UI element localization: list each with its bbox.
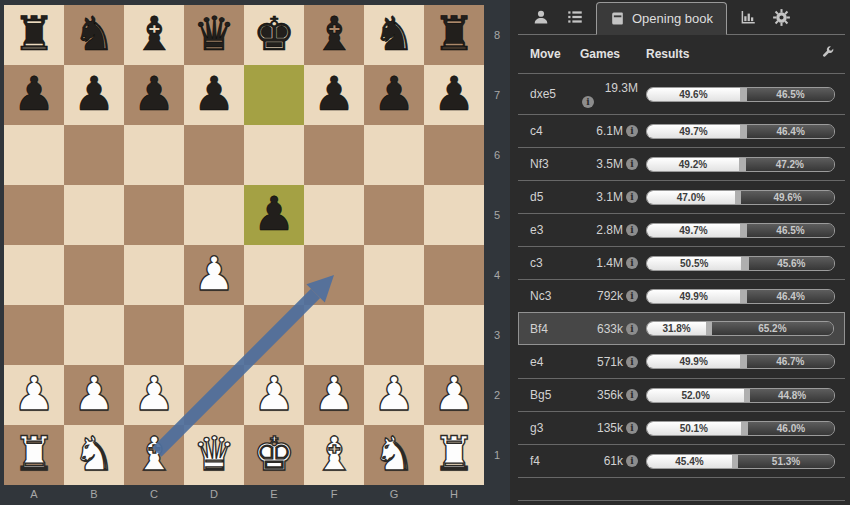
move-label: e4 xyxy=(530,355,580,369)
white-wins-segment: 50.1% xyxy=(647,422,741,435)
info-icon[interactable]: i xyxy=(582,96,594,108)
person-icon xyxy=(532,8,550,26)
square-g1[interactable]: ♞ xyxy=(364,425,424,485)
move-row-d5[interactable]: d5 3.1M i 47.0% 49.6% xyxy=(518,180,845,213)
square-d5[interactable] xyxy=(184,185,244,245)
move-row-g3[interactable]: g3 135k i 50.1% 46.0% xyxy=(518,411,845,444)
square-e7[interactable] xyxy=(244,65,304,125)
black-wins-segment: 49.6% xyxy=(741,191,834,204)
piece-black-pawn-e5[interactable]: ♟ xyxy=(244,185,304,245)
rank-label-5: 5 xyxy=(484,185,510,245)
square-c4[interactable] xyxy=(124,245,184,305)
games-cell: 3.5M i xyxy=(580,157,638,171)
white-wins-segment: 50.5% xyxy=(647,257,741,270)
square-c2[interactable]: ♟ xyxy=(124,365,184,425)
info-icon[interactable]: i xyxy=(626,191,638,203)
info-icon[interactable]: i xyxy=(626,323,638,335)
draws-segment xyxy=(741,422,748,435)
move-label: c3 xyxy=(530,256,580,270)
square-c3[interactable] xyxy=(124,305,184,365)
piece-white-pawn-f2[interactable]: ♟ xyxy=(304,365,364,425)
results-bar: 50.1% 46.0% xyxy=(646,421,835,436)
file-label-f: F xyxy=(304,485,364,505)
black-wins-segment: 46.7% xyxy=(747,355,834,368)
tab-players[interactable] xyxy=(524,2,558,32)
square-h5[interactable] xyxy=(424,185,484,245)
white-wins-segment: 49.7% xyxy=(647,224,740,237)
games-cell: 19.3M i xyxy=(580,81,638,108)
black-wins-segment: 51.3% xyxy=(738,455,834,468)
move-label: d5 xyxy=(530,190,580,204)
move-label: Bf4 xyxy=(530,322,580,336)
chess-opening-book-app: ♜♞♝♛♚♝♞♜♟♟♟♟♟♟♟♟♟♟♟♟♟♟♟♟♜♞♝♛♚♝♞♜ 8765432… xyxy=(0,0,850,505)
rank-label-1: 1 xyxy=(484,425,510,485)
file-label-g: G xyxy=(364,485,424,505)
square-g3[interactable] xyxy=(364,305,424,365)
move-row-Bg5[interactable]: Bg5 356k i 52.0% 44.8% xyxy=(518,378,845,411)
square-e2[interactable]: ♟ xyxy=(244,365,304,425)
results-bar: 49.2% 47.2% xyxy=(646,157,835,172)
games-count: 2.8M xyxy=(596,223,623,237)
chess-board[interactable]: ♜♞♝♛♚♝♞♜♟♟♟♟♟♟♟♟♟♟♟♟♟♟♟♟♜♞♝♛♚♝♞♜ xyxy=(4,5,484,485)
square-d8[interactable]: ♛ xyxy=(184,5,244,65)
file-label-e: E xyxy=(244,485,304,505)
table-header: Move Games Results xyxy=(518,41,845,67)
file-label-d: D xyxy=(184,485,244,505)
square-e3[interactable] xyxy=(244,305,304,365)
move-label: Nc3 xyxy=(530,289,580,303)
tab-bar: Opening book xyxy=(518,0,845,35)
rank-label-6: 6 xyxy=(484,125,510,185)
draws-segment xyxy=(740,224,747,237)
square-g5[interactable] xyxy=(364,185,424,245)
piece-black-pawn-d7[interactable]: ♟ xyxy=(184,65,244,125)
square-g7[interactable]: ♟ xyxy=(364,65,424,125)
info-icon[interactable]: i xyxy=(626,257,638,269)
black-wins-segment: 46.5% xyxy=(747,224,834,237)
square-f3[interactable] xyxy=(304,305,364,365)
square-a6[interactable] xyxy=(4,125,64,185)
col-header-results: Results xyxy=(646,47,689,61)
file-label-b: B xyxy=(64,485,124,505)
games-count: 135k xyxy=(597,421,623,435)
square-b2[interactable]: ♟ xyxy=(64,365,124,425)
square-d3[interactable] xyxy=(184,305,244,365)
rank-label-3: 3 xyxy=(484,305,510,365)
games-count: 356k xyxy=(597,388,623,402)
move-row-Nf3[interactable]: Nf3 3.5M i 49.2% 47.2% xyxy=(518,147,845,180)
black-wins-segment: 45.6% xyxy=(749,257,834,270)
square-g8[interactable]: ♞ xyxy=(364,5,424,65)
move-row-c4[interactable]: c4 6.1M i 49.7% 46.4% xyxy=(518,114,845,147)
piece-black-pawn-g7[interactable]: ♟ xyxy=(364,65,424,125)
rank-label-8: 8 xyxy=(484,5,510,65)
draws-segment xyxy=(741,257,748,270)
white-wins-segment: 45.4% xyxy=(647,455,732,468)
games-cell: 792k i xyxy=(580,289,638,303)
piece-white-pawn-g2[interactable]: ♟ xyxy=(364,365,424,425)
games-count: 633k xyxy=(597,322,623,336)
games-count: 571k xyxy=(597,355,623,369)
square-c1[interactable]: ♝ xyxy=(124,425,184,485)
info-icon[interactable]: i xyxy=(626,389,638,401)
piece-white-bishop-f1[interactable]: ♝ xyxy=(304,425,364,485)
results-bar: 49.6% 46.5% xyxy=(646,87,835,102)
square-g2[interactable]: ♟ xyxy=(364,365,424,425)
square-f1[interactable]: ♝ xyxy=(304,425,364,485)
square-c6[interactable] xyxy=(124,125,184,185)
square-a8[interactable]: ♜ xyxy=(4,5,64,65)
piece-white-knight-b1[interactable]: ♞ xyxy=(64,425,124,485)
file-label-h: H xyxy=(424,485,484,505)
white-wins-segment: 49.6% xyxy=(647,88,740,101)
square-c8[interactable]: ♝ xyxy=(124,5,184,65)
empty-row-spacer xyxy=(518,477,845,501)
opening-book-panel: Opening book xyxy=(510,0,850,505)
square-a3[interactable] xyxy=(4,305,64,365)
board-pane: ♜♞♝♛♚♝♞♜♟♟♟♟♟♟♟♟♟♟♟♟♟♟♟♟♜♞♝♛♚♝♞♜ 8765432… xyxy=(0,0,510,505)
white-wins-segment: 47.0% xyxy=(647,191,735,204)
square-h4[interactable] xyxy=(424,245,484,305)
results-bar: 49.9% 46.4% xyxy=(646,289,835,304)
piece-white-king-e1[interactable]: ♚ xyxy=(244,425,304,485)
draws-segment xyxy=(740,88,747,101)
square-f8[interactable]: ♝ xyxy=(304,5,364,65)
piece-black-pawn-h7[interactable]: ♟ xyxy=(424,65,484,125)
tab-move-list[interactable] xyxy=(558,2,592,32)
info-icon[interactable]: i xyxy=(626,290,638,302)
black-wins-segment: 46.5% xyxy=(747,88,834,101)
square-b8[interactable]: ♞ xyxy=(64,5,124,65)
square-h2[interactable]: ♟ xyxy=(424,365,484,425)
white-wins-segment: 49.9% xyxy=(647,355,740,368)
square-e1[interactable]: ♚ xyxy=(244,425,304,485)
square-b3[interactable] xyxy=(64,305,124,365)
tab-opening-book-label: Opening book xyxy=(632,11,713,26)
move-row-f4[interactable]: f4 61k i 45.4% 51.3% xyxy=(518,444,845,477)
square-e4[interactable] xyxy=(244,245,304,305)
white-wins-segment: 49.9% xyxy=(647,290,740,303)
info-icon[interactable]: i xyxy=(626,158,638,170)
square-c7[interactable]: ♟ xyxy=(124,65,184,125)
square-f4[interactable] xyxy=(304,245,364,305)
move-label: dxe5 xyxy=(530,87,580,101)
square-d1[interactable]: ♛ xyxy=(184,425,244,485)
piece-white-pawn-h2[interactable]: ♟ xyxy=(424,365,484,425)
games-cell: 1.4M i xyxy=(580,256,638,270)
piece-black-pawn-c7[interactable]: ♟ xyxy=(124,65,184,125)
square-b1[interactable]: ♞ xyxy=(64,425,124,485)
move-row-c3[interactable]: c3 1.4M i 50.5% 45.6% xyxy=(518,246,845,279)
square-e8[interactable]: ♚ xyxy=(244,5,304,65)
tab-opening-book[interactable]: Opening book xyxy=(596,2,727,35)
white-wins-segment: 49.2% xyxy=(647,158,739,171)
games-cell: 135k i xyxy=(580,421,638,435)
white-wins-segment: 49.7% xyxy=(647,125,740,138)
piece-black-bishop-c8[interactable]: ♝ xyxy=(124,5,184,65)
black-wins-segment: 46.4% xyxy=(747,290,834,303)
file-label-a: A xyxy=(4,485,64,505)
results-bar: 31.8% 65.2% xyxy=(646,321,834,336)
info-icon[interactable]: i xyxy=(626,422,638,434)
square-b6[interactable] xyxy=(64,125,124,185)
square-b4[interactable] xyxy=(64,245,124,305)
square-h6[interactable] xyxy=(424,125,484,185)
piece-black-pawn-a7[interactable]: ♟ xyxy=(4,65,64,125)
piece-white-rook-h1[interactable]: ♜ xyxy=(424,425,484,485)
piece-black-rook-a8[interactable]: ♜ xyxy=(4,5,64,65)
piece-white-knight-g1[interactable]: ♞ xyxy=(364,425,424,485)
gear-icon xyxy=(772,8,791,27)
chart-icon xyxy=(739,8,757,26)
info-icon[interactable]: i xyxy=(626,125,638,137)
piece-white-queen-d1[interactable]: ♛ xyxy=(184,425,244,485)
games-cell: 2.8M i xyxy=(580,223,638,237)
piece-white-pawn-d4[interactable]: ♟ xyxy=(184,245,244,305)
black-wins-segment: 46.0% xyxy=(748,422,834,435)
games-count: 1.4M xyxy=(596,256,623,270)
square-a1[interactable]: ♜ xyxy=(4,425,64,485)
black-wins-segment: 44.8% xyxy=(750,389,834,402)
square-e6[interactable] xyxy=(244,125,304,185)
games-count: 3.1M xyxy=(596,190,623,204)
info-icon[interactable]: i xyxy=(626,356,638,368)
move-label: e3 xyxy=(530,223,580,237)
move-label: g3 xyxy=(530,421,580,435)
square-e5[interactable]: ♟ xyxy=(244,185,304,245)
square-d7[interactable]: ♟ xyxy=(184,65,244,125)
black-wins-segment: 47.2% xyxy=(746,158,834,171)
piece-black-pawn-f7[interactable]: ♟ xyxy=(304,65,364,125)
draws-segment xyxy=(740,290,747,303)
tab-settings[interactable] xyxy=(765,2,799,32)
piece-black-queen-d8[interactable]: ♛ xyxy=(184,5,244,65)
square-h7[interactable]: ♟ xyxy=(424,65,484,125)
square-d6[interactable] xyxy=(184,125,244,185)
white-wins-segment: 52.0% xyxy=(647,389,744,402)
piece-white-bishop-c1[interactable]: ♝ xyxy=(124,425,184,485)
results-bar: 49.9% 46.7% xyxy=(646,354,835,369)
games-cell: 356k i xyxy=(580,388,638,402)
rank-labels: 87654321 xyxy=(484,5,510,485)
piece-black-bishop-f8[interactable]: ♝ xyxy=(304,5,364,65)
move-label: Bg5 xyxy=(530,388,580,402)
info-icon[interactable]: i xyxy=(626,455,638,467)
games-cell: 571k i xyxy=(580,355,638,369)
piece-black-knight-g8[interactable]: ♞ xyxy=(364,5,424,65)
piece-black-pawn-b7[interactable]: ♟ xyxy=(64,65,124,125)
square-d4[interactable]: ♟ xyxy=(184,245,244,305)
results-bar: 47.0% 49.6% xyxy=(646,190,835,205)
results-bar: 49.7% 46.5% xyxy=(646,223,835,238)
black-wins-segment: 65.2% xyxy=(712,322,833,335)
square-a2[interactable]: ♟ xyxy=(4,365,64,425)
move-label: c4 xyxy=(530,124,580,138)
draws-segment xyxy=(740,125,747,138)
square-f5[interactable] xyxy=(304,185,364,245)
square-g4[interactable] xyxy=(364,245,424,305)
move-label: Nf3 xyxy=(530,157,580,171)
piece-black-knight-b8[interactable]: ♞ xyxy=(64,5,124,65)
square-b7[interactable]: ♟ xyxy=(64,65,124,125)
white-wins-segment: 31.8% xyxy=(647,322,706,335)
piece-white-rook-a1[interactable]: ♜ xyxy=(4,425,64,485)
square-c5[interactable] xyxy=(124,185,184,245)
results-bar: 50.5% 45.6% xyxy=(646,256,835,271)
square-f2[interactable]: ♟ xyxy=(304,365,364,425)
black-wins-segment: 46.4% xyxy=(747,125,834,138)
games-cell: 6.1M i xyxy=(580,124,638,138)
move-row-e3[interactable]: e3 2.8M i 49.7% 46.5% xyxy=(518,213,845,246)
square-f6[interactable] xyxy=(304,125,364,185)
results-bar: 52.0% 44.8% xyxy=(646,388,835,403)
games-count: 19.3M xyxy=(580,81,638,95)
piece-black-king-e8[interactable]: ♚ xyxy=(244,5,304,65)
games-count: 792k xyxy=(597,289,623,303)
square-a7[interactable]: ♟ xyxy=(4,65,64,125)
wrench-icon xyxy=(820,45,835,60)
move-rows: dxe5 19.3M i 49.6% 46.5% c4 6.1M i 49.7%… xyxy=(518,73,845,477)
square-g6[interactable] xyxy=(364,125,424,185)
move-row-e4[interactable]: e4 571k i 49.9% 46.7% xyxy=(518,345,845,378)
rank-label-7: 7 xyxy=(484,65,510,125)
piece-black-rook-h8[interactable]: ♜ xyxy=(424,5,484,65)
rank-label-2: 2 xyxy=(484,365,510,425)
col-header-move: Move xyxy=(530,47,580,61)
square-h3[interactable] xyxy=(424,305,484,365)
move-row-dxe5[interactable]: dxe5 19.3M i 49.6% 46.5% xyxy=(518,73,845,114)
list-icon xyxy=(566,8,584,26)
move-row-Nc3[interactable]: Nc3 792k i 49.9% 46.4% xyxy=(518,279,845,312)
results-bar: 49.7% 46.4% xyxy=(646,124,835,139)
square-a4[interactable] xyxy=(4,245,64,305)
piece-white-pawn-e2[interactable]: ♟ xyxy=(244,365,304,425)
square-b5[interactable] xyxy=(64,185,124,245)
rank-label-4: 4 xyxy=(484,245,510,305)
move-row-Bf4[interactable]: Bf4 633k i 31.8% 65.2% xyxy=(518,312,845,345)
square-h1[interactable]: ♜ xyxy=(424,425,484,485)
info-icon[interactable]: i xyxy=(626,224,638,236)
col-header-games: Games xyxy=(580,47,646,61)
book-settings-button[interactable] xyxy=(820,45,835,63)
games-cell: 633k i xyxy=(580,322,638,336)
move-label: f4 xyxy=(530,454,580,468)
square-d2[interactable] xyxy=(184,365,244,425)
book-icon xyxy=(610,11,625,26)
tab-statistics[interactable] xyxy=(731,2,765,32)
games-cell: 3.1M i xyxy=(580,190,638,204)
piece-white-pawn-b2[interactable]: ♟ xyxy=(64,365,124,425)
piece-white-pawn-a2[interactable]: ♟ xyxy=(4,365,64,425)
games-count: 61k xyxy=(604,454,623,468)
draws-segment xyxy=(739,158,746,171)
square-a5[interactable] xyxy=(4,185,64,245)
square-h8[interactable]: ♜ xyxy=(424,5,484,65)
games-count: 6.1M xyxy=(596,124,623,138)
games-count: 3.5M xyxy=(596,157,623,171)
results-bar: 45.4% 51.3% xyxy=(646,454,835,469)
square-f7[interactable]: ♟ xyxy=(304,65,364,125)
games-cell: 61k i xyxy=(580,454,638,468)
file-labels: ABCDEFGH xyxy=(4,485,484,505)
piece-white-pawn-c2[interactable]: ♟ xyxy=(124,365,184,425)
file-label-c: C xyxy=(124,485,184,505)
